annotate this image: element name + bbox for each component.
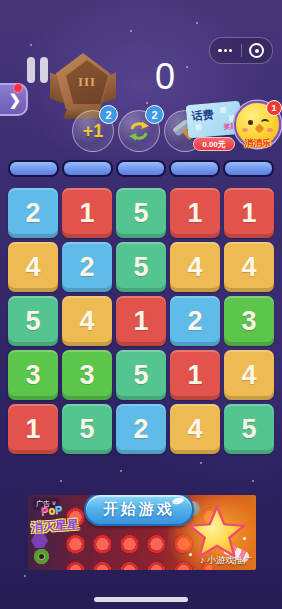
tile-r4c5-value-4[interactable]: 4: [224, 350, 274, 400]
tile-r2c2-value-2[interactable]: 2: [62, 242, 112, 292]
tile-r4c4-value-1[interactable]: 1: [170, 350, 220, 400]
start-game-button[interactable]: 开始游戏: [84, 495, 194, 526]
progress-segment: [223, 160, 274, 177]
medal-rank-label: III: [66, 60, 108, 104]
medal-pentagon: III: [56, 53, 110, 109]
tile-r2c4-value-4[interactable]: 4: [170, 242, 220, 292]
tile-r3c5-value-3[interactable]: 3: [224, 296, 274, 346]
tile-r2c5-value-4[interactable]: 4: [224, 242, 274, 292]
close-button[interactable]: [242, 38, 273, 63]
tile-r3c1-value-5[interactable]: 5: [8, 296, 58, 346]
xiaoxiaole-promo-icon[interactable]: 消消乐 1: [234, 101, 281, 148]
miniprogram-capsule: [209, 37, 273, 64]
promo-label: 消消乐: [244, 137, 271, 150]
drawer-arrow-button[interactable]: ❯: [0, 83, 28, 116]
ad-banner[interactable]: 广告 ˅ PoP 消灭星星 开始游戏 ♪ 小游戏推广: [28, 495, 256, 570]
ad-logo-top: PoP: [40, 503, 63, 517]
home-indicator[interactable]: [94, 597, 188, 602]
tile-r4c2-value-3[interactable]: 3: [62, 350, 112, 400]
green-donut-candy: [34, 549, 49, 564]
tile-r3c3-value-1[interactable]: 1: [116, 296, 166, 346]
tile-r4c1-value-3[interactable]: 3: [8, 350, 58, 400]
tile-r3c2-value-4[interactable]: 4: [62, 296, 112, 346]
minigame-promo-note: ♪ 小游戏推广: [200, 554, 252, 567]
button-shine: [171, 497, 184, 506]
sparkle: [243, 537, 246, 540]
tile-r5c5-value-5[interactable]: 5: [224, 404, 274, 454]
tile-r1c5-value-1[interactable]: 1: [224, 188, 274, 238]
tile-r5c4-value-4[interactable]: 4: [170, 404, 220, 454]
chick-blush: [242, 128, 248, 132]
tile-r1c1-value-2[interactable]: 2: [8, 188, 58, 238]
promo-badge: 1: [266, 100, 282, 116]
score-value: 0: [115, 56, 215, 98]
credit-amount-pill: 0.00元: [193, 137, 235, 151]
card-title: 话费: [191, 107, 214, 124]
more-icon: [218, 49, 232, 52]
level-progress-bar: [8, 160, 274, 177]
chevron-right-icon: ❯: [8, 91, 21, 109]
plus-one-powerup-button[interactable]: +1 2: [72, 110, 114, 152]
tile-r2c3-value-5[interactable]: 5: [116, 242, 166, 292]
plus-one-count-badge: 2: [99, 105, 118, 124]
pause-button[interactable]: [27, 57, 48, 83]
tile-r1c3-value-5[interactable]: 5: [116, 188, 166, 238]
progress-segment: [116, 160, 167, 177]
chick-eye: [248, 120, 253, 125]
ad-game-logo: 消灭星星: [30, 516, 79, 536]
tile-r5c3-value-2[interactable]: 2: [116, 404, 166, 454]
progress-segment: [62, 160, 113, 177]
close-icon: [249, 43, 264, 58]
sparkle: [189, 553, 192, 556]
card-decoration: [220, 107, 227, 114]
tile-r2c1-value-4[interactable]: 4: [8, 242, 58, 292]
tile-r5c2-value-5[interactable]: 5: [62, 404, 112, 454]
chick-blush: [267, 128, 273, 132]
progress-segment: [169, 160, 220, 177]
tile-r3c4-value-2[interactable]: 2: [170, 296, 220, 346]
notification-dot: [13, 83, 23, 93]
plus-one-icon: +1: [83, 121, 104, 142]
tile-r1c4-value-1[interactable]: 1: [170, 188, 220, 238]
tile-r5c1-value-1[interactable]: 1: [8, 404, 58, 454]
start-game-label: 开始游戏: [103, 500, 175, 519]
swap-powerup-button[interactable]: 2: [118, 110, 160, 152]
swap-arrows-icon: [127, 119, 151, 143]
tile-r4c3-value-5[interactable]: 5: [116, 350, 166, 400]
card-decoration: [195, 124, 202, 131]
progress-segment: [8, 160, 59, 177]
chick-wink-eye: [261, 119, 269, 126]
tile-r1c2-value-1[interactable]: 1: [62, 188, 112, 238]
game-screen: III 0 ❯ +1 2 2: [0, 0, 282, 609]
swap-count-badge: 2: [145, 105, 164, 124]
number-grid: 2151142544541233351415245: [8, 188, 274, 454]
